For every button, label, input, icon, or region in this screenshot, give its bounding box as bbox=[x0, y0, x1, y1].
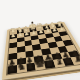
black-knight-piece: ♞ bbox=[64, 55, 74, 66]
white-pawn-piece: ♟ bbox=[31, 29, 37, 35]
black-knight-piece: ♞ bbox=[16, 62, 26, 73]
chess-set-product-photo: ♜♞♝♚♛♝♞♜♟♟♟♟♟♟♟♟♟♟♟♟♟♟♟♟♜♞♝♚♛♝♞♜ bbox=[0, 0, 80, 80]
board-grid: ♜♞♝♚♛♝♞♜♟♟♟♟♟♟♟♟♟♟♟♟♟♟♟♟♜♞♝♚♛♝♞♜ bbox=[6, 23, 80, 75]
board-perspective: ♜♞♝♚♛♝♞♜♟♟♟♟♟♟♟♟♟♟♟♟♟♟♟♟♜♞♝♚♛♝♞♜ bbox=[0, 2, 80, 80]
chess-board: ♜♞♝♚♛♝♞♜♟♟♟♟♟♟♟♟♟♟♟♟♟♟♟♟♜♞♝♚♛♝♞♜ bbox=[2, 22, 80, 80]
white-pawn-piece: ♟ bbox=[10, 32, 16, 38]
square: ♞ bbox=[62, 58, 74, 66]
white-pawn-piece: ♟ bbox=[38, 28, 44, 34]
white-pawn-piece: ♟ bbox=[45, 27, 51, 33]
square: ♞ bbox=[17, 64, 27, 73]
black-rook-piece: ♜ bbox=[74, 54, 80, 64]
board-tilt: ♜♞♝♚♛♝♞♜♟♟♟♟♟♟♟♟♟♟♟♟♟♟♟♟♜♞♝♚♛♝♞♜ bbox=[0, 2, 80, 80]
black-rook-piece: ♜ bbox=[7, 64, 17, 74]
white-pawn-piece: ♟ bbox=[59, 25, 65, 31]
square: ♜ bbox=[7, 65, 17, 74]
white-pawn-piece: ♟ bbox=[17, 31, 23, 37]
black-king-piece: ♚ bbox=[33, 56, 46, 70]
white-pawn-piece: ♟ bbox=[52, 26, 58, 32]
white-pawn-piece: ♟ bbox=[24, 30, 30, 36]
square: ♚ bbox=[35, 62, 46, 71]
square bbox=[39, 38, 48, 44]
board-stage: ♜♞♝♚♛♝♞♜♟♟♟♟♟♟♟♟♟♟♟♟♟♟♟♟♜♞♝♚♛♝♞♜ bbox=[0, 0, 80, 80]
